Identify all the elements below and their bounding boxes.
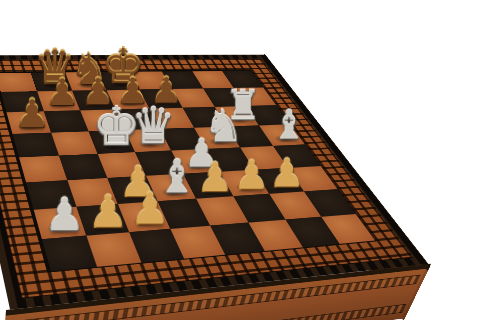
white-pawn-a2[interactable]: ♟ xyxy=(44,192,85,237)
square-a5[interactable] xyxy=(13,133,60,158)
white-bishop-h5[interactable]: ♝ xyxy=(271,105,307,145)
square-b6[interactable] xyxy=(44,110,89,132)
square-h2[interactable] xyxy=(304,189,356,217)
chess-board-squares: ♛♞♚♟♟♟♟♟♜♚♛♞♝♟♟♝♟♟♟♟♟♟ xyxy=(0,71,375,272)
chess-board: ♛♞♚♟♟♟♟♟♜♚♛♞♝♟♟♝♟♟♟♟♟♟ xyxy=(0,55,428,310)
white-pawn-b2[interactable]: ♟ xyxy=(88,189,128,233)
white-pawn-f3[interactable]: ♟ xyxy=(234,155,270,195)
white-pawn-g3[interactable]: ♟ xyxy=(269,153,304,192)
tooled-leather-border: ♛♞♚♟♟♟♟♟♜♚♛♞♝♟♟♝♟♟♟♟♟♟ xyxy=(0,59,413,299)
photo-stage: ♛♞♚♟♟♟♟♟♜♚♛♞♝♟♟♝♟♟♟♟♟♟ xyxy=(0,0,480,320)
white-pawn-e3[interactable]: ♟ xyxy=(197,157,233,198)
square-h5[interactable]: ♝ xyxy=(259,124,305,146)
square-b5[interactable] xyxy=(51,131,97,155)
square-b1[interactable] xyxy=(86,232,141,267)
black-pawn-a6[interactable]: ♟ xyxy=(15,94,50,133)
square-a6[interactable]: ♟ xyxy=(6,111,51,134)
square-a8[interactable] xyxy=(0,73,37,92)
black-pawn-b7[interactable]: ♟ xyxy=(46,74,79,111)
white-pawn-c2[interactable]: ♟ xyxy=(130,187,169,231)
inner-frame-line: ♛♞♚♟♟♟♟♟♜♚♛♞♝♟♟♝♟♟♟♟♟♟ xyxy=(0,69,377,272)
white-king-c5[interactable]: ♚ xyxy=(93,100,141,153)
square-c5[interactable]: ♚ xyxy=(89,130,135,154)
square-a2[interactable]: ♟ xyxy=(34,207,87,239)
